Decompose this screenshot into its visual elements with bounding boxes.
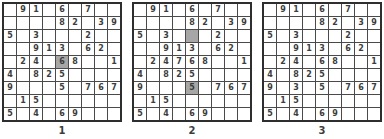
cell-r4c3[interactable]: 9 — [160, 43, 172, 55]
cell-r4c2[interactable] — [147, 43, 159, 55]
cell-r7c4[interactable] — [173, 82, 185, 94]
cell-r4c9[interactable] — [108, 43, 120, 55]
cell-r9c9[interactable] — [368, 108, 380, 120]
cell-r6c7[interactable] — [342, 69, 354, 81]
cell-r9c6[interactable]: 9 — [329, 108, 341, 120]
cell-r1c3[interactable]: 1 — [160, 4, 172, 16]
cell-r9c7[interactable] — [342, 108, 354, 120]
cell-r9c7[interactable] — [82, 108, 94, 120]
cell-r4c1[interactable] — [134, 43, 146, 55]
sudoku-panel-2: 9167823953291362247681482595767155469 2 — [132, 2, 252, 136]
cell-r3c7[interactable]: 2 — [212, 30, 224, 42]
cell-r5c7[interactable] — [212, 56, 224, 68]
cell-r5c3[interactable]: 4 — [290, 56, 302, 68]
cell-r4c1[interactable] — [264, 43, 276, 55]
cell-r3c8[interactable] — [355, 30, 367, 42]
cell-r4c7[interactable]: 6 — [82, 43, 94, 55]
cell-r3c6[interactable] — [199, 30, 211, 42]
cell-r8c1[interactable] — [264, 95, 276, 107]
cell-r2c3[interactable] — [30, 17, 42, 29]
cell-r6c6[interactable] — [329, 69, 341, 81]
cell-r8c3[interactable]: 5 — [290, 95, 302, 107]
cell-r2c6[interactable]: 2 — [199, 17, 211, 29]
cell-r3c5[interactable] — [186, 30, 198, 42]
board-caption-3: 3 — [319, 125, 326, 136]
cell-r9c8[interactable] — [225, 108, 237, 120]
cell-r5c7[interactable] — [82, 56, 94, 68]
cell-r3c5[interactable] — [56, 30, 68, 42]
cell-r4c9[interactable] — [238, 43, 250, 55]
cell-r7c6[interactable] — [199, 82, 211, 94]
cell-r2c2[interactable] — [17, 17, 29, 29]
cell-r5c5[interactable]: 6 — [56, 56, 68, 68]
cell-r4c4[interactable]: 1 — [173, 43, 185, 55]
cell-r9c2[interactable] — [17, 108, 29, 120]
cell-r6c8[interactable] — [225, 69, 237, 81]
cell-r6c7[interactable] — [212, 69, 224, 81]
cell-r1c9[interactable] — [368, 4, 380, 16]
cell-r5c6[interactable]: 8 — [199, 56, 211, 68]
cell-r8c5[interactable] — [56, 95, 68, 107]
cell-r4c6[interactable] — [69, 43, 81, 55]
cell-r4c6[interactable] — [199, 43, 211, 55]
cell-r2c6[interactable]: 2 — [69, 17, 81, 29]
cell-r5c4[interactable]: 7 — [173, 56, 185, 68]
cell-r8c7[interactable] — [212, 95, 224, 107]
cell-r7c3[interactable] — [160, 82, 172, 94]
cell-r6c9[interactable] — [238, 69, 250, 81]
cell-r9c4[interactable] — [173, 108, 185, 120]
cell-r8c9[interactable] — [238, 95, 250, 107]
cell-r7c2[interactable] — [147, 82, 159, 94]
cell-r2c8[interactable]: 3 — [95, 17, 107, 29]
cell-r1c4[interactable] — [303, 4, 315, 16]
cell-r7c3[interactable]: 3 — [290, 82, 302, 94]
cell-r5c1[interactable] — [4, 56, 16, 68]
cell-r6c2[interactable] — [17, 69, 29, 81]
cell-r1c5[interactable]: 6 — [186, 4, 198, 16]
cell-r3c9[interactable] — [368, 30, 380, 42]
cell-r6c4[interactable]: 2 — [43, 69, 55, 81]
cell-r9c2[interactable] — [277, 108, 289, 120]
cell-r3c8[interactable] — [225, 30, 237, 42]
cell-r8c6[interactable] — [329, 95, 341, 107]
cell-r2c3[interactable] — [290, 17, 302, 29]
sudoku-panel-1: 916782395329136224681482595767155469 1 — [2, 2, 122, 136]
cell-r5c9[interactable]: 1 — [108, 56, 120, 68]
cell-r3c1[interactable]: 5 — [4, 30, 16, 42]
cell-r9c5[interactable]: 6 — [316, 108, 328, 120]
cell-r8c9[interactable] — [368, 95, 380, 107]
cell-r4c8[interactable]: 2 — [355, 43, 367, 55]
cell-r8c8[interactable] — [225, 95, 237, 107]
cell-r8c4[interactable] — [303, 95, 315, 107]
cell-r1c4[interactable] — [173, 4, 185, 16]
cell-r7c9[interactable]: 7 — [368, 82, 380, 94]
cell-r1c4[interactable] — [43, 4, 55, 16]
cell-r8c8[interactable] — [95, 95, 107, 107]
cell-r2c7[interactable] — [342, 17, 354, 29]
cell-r8c3[interactable]: 5 — [30, 95, 42, 107]
cell-r1c3[interactable]: 1 — [30, 4, 42, 16]
cell-r2c3[interactable] — [160, 17, 172, 29]
cell-r1c8[interactable] — [225, 4, 237, 16]
cell-r7c6[interactable] — [69, 82, 81, 94]
cell-r6c7[interactable] — [82, 69, 94, 81]
cell-r8c9[interactable] — [108, 95, 120, 107]
cell-r6c4[interactable]: 2 — [173, 69, 185, 81]
cell-r8c2[interactable]: 1 — [277, 95, 289, 107]
cell-r1c2[interactable]: 9 — [277, 4, 289, 16]
cell-r1c1[interactable] — [4, 4, 16, 16]
sudoku-board-1: 916782395329136224681482595767155469 — [2, 2, 122, 122]
cell-r7c5[interactable]: 5 — [316, 82, 328, 94]
cell-r5c4[interactable] — [303, 56, 315, 68]
cell-r9c7[interactable] — [212, 108, 224, 120]
cell-r9c3[interactable]: 4 — [160, 108, 172, 120]
cell-r7c9[interactable]: 7 — [238, 82, 250, 94]
cell-r1c7[interactable]: 7 — [82, 4, 94, 16]
cell-r7c1[interactable]: 9 — [134, 82, 146, 94]
cell-r3c1[interactable]: 5 — [264, 30, 276, 42]
cell-r9c8[interactable] — [355, 108, 367, 120]
cell-r6c1[interactable]: 4 — [264, 69, 276, 81]
cell-r5c7[interactable] — [342, 56, 354, 68]
cell-r5c8[interactable] — [225, 56, 237, 68]
cell-r1c2[interactable]: 9 — [147, 4, 159, 16]
cell-r9c9[interactable] — [238, 108, 250, 120]
cell-r9c1[interactable]: 5 — [134, 108, 146, 120]
cell-r6c2[interactable] — [277, 69, 289, 81]
cell-r1c1[interactable] — [134, 4, 146, 16]
cell-r4c8[interactable]: 2 — [95, 43, 107, 55]
cell-r5c5[interactable]: 6 — [186, 56, 198, 68]
cell-r2c7[interactable] — [82, 17, 94, 29]
cell-r7c6[interactable] — [329, 82, 341, 94]
cell-r1c5[interactable]: 6 — [316, 4, 328, 16]
cell-r5c9[interactable]: 1 — [368, 56, 380, 68]
cell-r1c7[interactable]: 7 — [212, 4, 224, 16]
cell-r3c2[interactable] — [147, 30, 159, 42]
cell-r4c4[interactable]: 1 — [303, 43, 315, 55]
cell-r2c7[interactable] — [212, 17, 224, 29]
cell-r1c7[interactable]: 7 — [342, 4, 354, 16]
cell-r1c9[interactable] — [108, 4, 120, 16]
cell-r5c8[interactable] — [95, 56, 107, 68]
cell-r6c9[interactable] — [368, 69, 380, 81]
cell-r3c4[interactable] — [173, 30, 185, 42]
cell-r7c8[interactable]: 6 — [225, 82, 237, 94]
cell-r3c5[interactable] — [316, 30, 328, 42]
cell-r7c1[interactable]: 9 — [264, 82, 276, 94]
cell-r7c7[interactable]: 7 — [212, 82, 224, 94]
cell-r9c5[interactable]: 6 — [186, 108, 198, 120]
cell-r6c3[interactable]: 8 — [290, 69, 302, 81]
cell-r4c8[interactable]: 2 — [225, 43, 237, 55]
cell-r8c6[interactable] — [199, 95, 211, 107]
cell-r4c5[interactable]: 3 — [316, 43, 328, 55]
cell-r3c4[interactable] — [43, 30, 55, 42]
cell-r2c4[interactable] — [303, 17, 315, 29]
cell-r4c4[interactable]: 1 — [43, 43, 55, 55]
cell-r4c3[interactable]: 9 — [290, 43, 302, 55]
cell-r5c1[interactable] — [134, 56, 146, 68]
cell-r6c3[interactable]: 8 — [30, 69, 42, 81]
cell-r1c2[interactable]: 9 — [17, 4, 29, 16]
cell-r9c1[interactable]: 5 — [4, 108, 16, 120]
cell-r8c8[interactable] — [355, 95, 367, 107]
cell-r4c7[interactable]: 6 — [342, 43, 354, 55]
cell-r3c3[interactable]: 3 — [290, 30, 302, 42]
cell-r2c5[interactable]: 8 — [186, 17, 198, 29]
cell-r6c4[interactable]: 2 — [303, 69, 315, 81]
cell-r8c2[interactable]: 1 — [147, 95, 159, 107]
cell-r6c8[interactable] — [355, 69, 367, 81]
cell-r7c1[interactable]: 9 — [4, 82, 16, 94]
cell-r2c1[interactable] — [134, 17, 146, 29]
cell-r8c6[interactable] — [69, 95, 81, 107]
cell-r4c1[interactable] — [4, 43, 16, 55]
cell-r6c6[interactable] — [199, 69, 211, 81]
cell-r4c2[interactable] — [277, 43, 289, 55]
cell-r3c1[interactable]: 5 — [134, 30, 146, 42]
cell-r9c4[interactable] — [303, 108, 315, 120]
cell-r7c4[interactable] — [43, 82, 55, 94]
cell-r5c6[interactable]: 8 — [69, 56, 81, 68]
cell-r3c7[interactable]: 2 — [82, 30, 94, 42]
cell-r2c9[interactable]: 9 — [108, 17, 120, 29]
cell-r1c8[interactable] — [95, 4, 107, 16]
sudoku-figure: 916782395329136224681482595767155469 1 9… — [0, 0, 384, 136]
cell-r3c2[interactable] — [277, 30, 289, 42]
cell-r1c3[interactable]: 1 — [290, 4, 302, 16]
cell-r7c8[interactable]: 6 — [355, 82, 367, 94]
cell-r5c8[interactable] — [355, 56, 367, 68]
cell-r3c2[interactable] — [17, 30, 29, 42]
cell-r8c4[interactable] — [173, 95, 185, 107]
cell-r6c2[interactable] — [147, 69, 159, 81]
cell-r1c6[interactable] — [329, 4, 341, 16]
sudoku-board-2: 9167823953291362247681482595767155469 — [132, 2, 252, 122]
cell-r9c6[interactable]: 9 — [199, 108, 211, 120]
cell-r8c4[interactable] — [43, 95, 55, 107]
cell-r7c2[interactable] — [277, 82, 289, 94]
cell-r4c7[interactable]: 6 — [212, 43, 224, 55]
cell-r6c5[interactable]: 5 — [56, 69, 68, 81]
cell-r7c7[interactable]: 7 — [82, 82, 94, 94]
cell-r3c3[interactable]: 3 — [30, 30, 42, 42]
cell-r5c2[interactable]: 2 — [17, 56, 29, 68]
cell-r7c5[interactable]: 5 — [56, 82, 68, 94]
cell-r3c8[interactable] — [95, 30, 107, 42]
cell-r9c4[interactable] — [43, 108, 55, 120]
cell-r9c9[interactable] — [108, 108, 120, 120]
cell-r2c4[interactable] — [43, 17, 55, 29]
cell-r6c5[interactable]: 5 — [316, 69, 328, 81]
cell-r4c9[interactable] — [368, 43, 380, 55]
cell-r8c5[interactable] — [186, 95, 198, 107]
board-caption-2: 2 — [189, 125, 196, 136]
cell-r5c9[interactable]: 1 — [238, 56, 250, 68]
cell-r3c9[interactable] — [108, 30, 120, 42]
cell-r9c1[interactable]: 5 — [264, 108, 276, 120]
cell-r3c7[interactable]: 2 — [342, 30, 354, 42]
cell-r1c9[interactable] — [238, 4, 250, 16]
cell-r5c6[interactable]: 8 — [329, 56, 341, 68]
cell-r8c3[interactable]: 5 — [160, 95, 172, 107]
cell-r5c4[interactable] — [43, 56, 55, 68]
cell-r9c8[interactable] — [95, 108, 107, 120]
cell-r6c6[interactable] — [69, 69, 81, 81]
cell-r2c6[interactable]: 2 — [329, 17, 341, 29]
cell-r9c5[interactable]: 6 — [56, 108, 68, 120]
cell-r8c2[interactable]: 1 — [17, 95, 29, 107]
cell-r7c4[interactable] — [303, 82, 315, 94]
sudoku-board-3: 9167823953291362246814825935767155469 — [262, 2, 382, 122]
board-caption-1: 1 — [59, 125, 66, 136]
cell-r6c8[interactable] — [95, 69, 107, 81]
cell-r7c7[interactable]: 7 — [342, 82, 354, 94]
cell-r5c3[interactable]: 4 — [160, 56, 172, 68]
cell-r2c2[interactable] — [277, 17, 289, 29]
cell-r3c4[interactable] — [303, 30, 315, 42]
cell-r8c1[interactable] — [4, 95, 16, 107]
cell-r5c2[interactable]: 2 — [147, 56, 159, 68]
cell-r8c7[interactable] — [82, 95, 94, 107]
cell-r5c3[interactable]: 4 — [30, 56, 42, 68]
cell-r5c5[interactable]: 6 — [316, 56, 328, 68]
cell-r6c5[interactable]: 5 — [186, 69, 198, 81]
cell-r9c3[interactable]: 4 — [30, 108, 42, 120]
cell-r6c1[interactable]: 4 — [134, 69, 146, 81]
cell-r2c1[interactable] — [4, 17, 16, 29]
cell-r5c2[interactable]: 2 — [277, 56, 289, 68]
cell-r8c7[interactable] — [342, 95, 354, 107]
cell-r2c5[interactable]: 8 — [316, 17, 328, 29]
cell-r2c4[interactable] — [173, 17, 185, 29]
cell-r4c5[interactable]: 3 — [186, 43, 198, 55]
cell-r8c1[interactable] — [134, 95, 146, 107]
cell-r3c6[interactable] — [69, 30, 81, 42]
cell-r4c6[interactable] — [329, 43, 341, 55]
cell-r8c5[interactable] — [316, 95, 328, 107]
cell-r6c9[interactable] — [108, 69, 120, 81]
cell-r2c2[interactable] — [147, 17, 159, 29]
cell-r7c2[interactable] — [17, 82, 29, 94]
cell-r3c3[interactable]: 3 — [160, 30, 172, 42]
cell-r9c6[interactable]: 9 — [69, 108, 81, 120]
cell-r1c5[interactable]: 6 — [56, 4, 68, 16]
cell-r6c1[interactable]: 4 — [4, 69, 16, 81]
cell-r1c8[interactable] — [355, 4, 367, 16]
cell-r2c8[interactable]: 3 — [355, 17, 367, 29]
cell-r4c3[interactable]: 9 — [30, 43, 42, 55]
cell-r7c9[interactable]: 7 — [108, 82, 120, 94]
cell-r4c5[interactable]: 3 — [56, 43, 68, 55]
cell-r2c1[interactable] — [264, 17, 276, 29]
cell-r1c6[interactable] — [199, 4, 211, 16]
cell-r4c2[interactable] — [17, 43, 29, 55]
cell-r2c8[interactable]: 3 — [225, 17, 237, 29]
cell-r7c8[interactable]: 6 — [95, 82, 107, 94]
cell-r2c9[interactable]: 9 — [368, 17, 380, 29]
cell-r7c3[interactable] — [30, 82, 42, 94]
cell-r3c9[interactable] — [238, 30, 250, 42]
cell-r5c1[interactable] — [264, 56, 276, 68]
cell-r2c5[interactable]: 8 — [56, 17, 68, 29]
cell-r1c6[interactable] — [69, 4, 81, 16]
cell-r9c3[interactable]: 4 — [290, 108, 302, 120]
cell-r1c1[interactable] — [264, 4, 276, 16]
cell-r9c2[interactable] — [147, 108, 159, 120]
cell-r3c6[interactable] — [329, 30, 341, 42]
sudoku-panel-3: 9167823953291362246814825935767155469 3 — [262, 2, 382, 136]
cell-r6c3[interactable]: 8 — [160, 69, 172, 81]
cell-r2c9[interactable]: 9 — [238, 17, 250, 29]
cell-r7c5[interactable]: 5 — [186, 82, 198, 94]
